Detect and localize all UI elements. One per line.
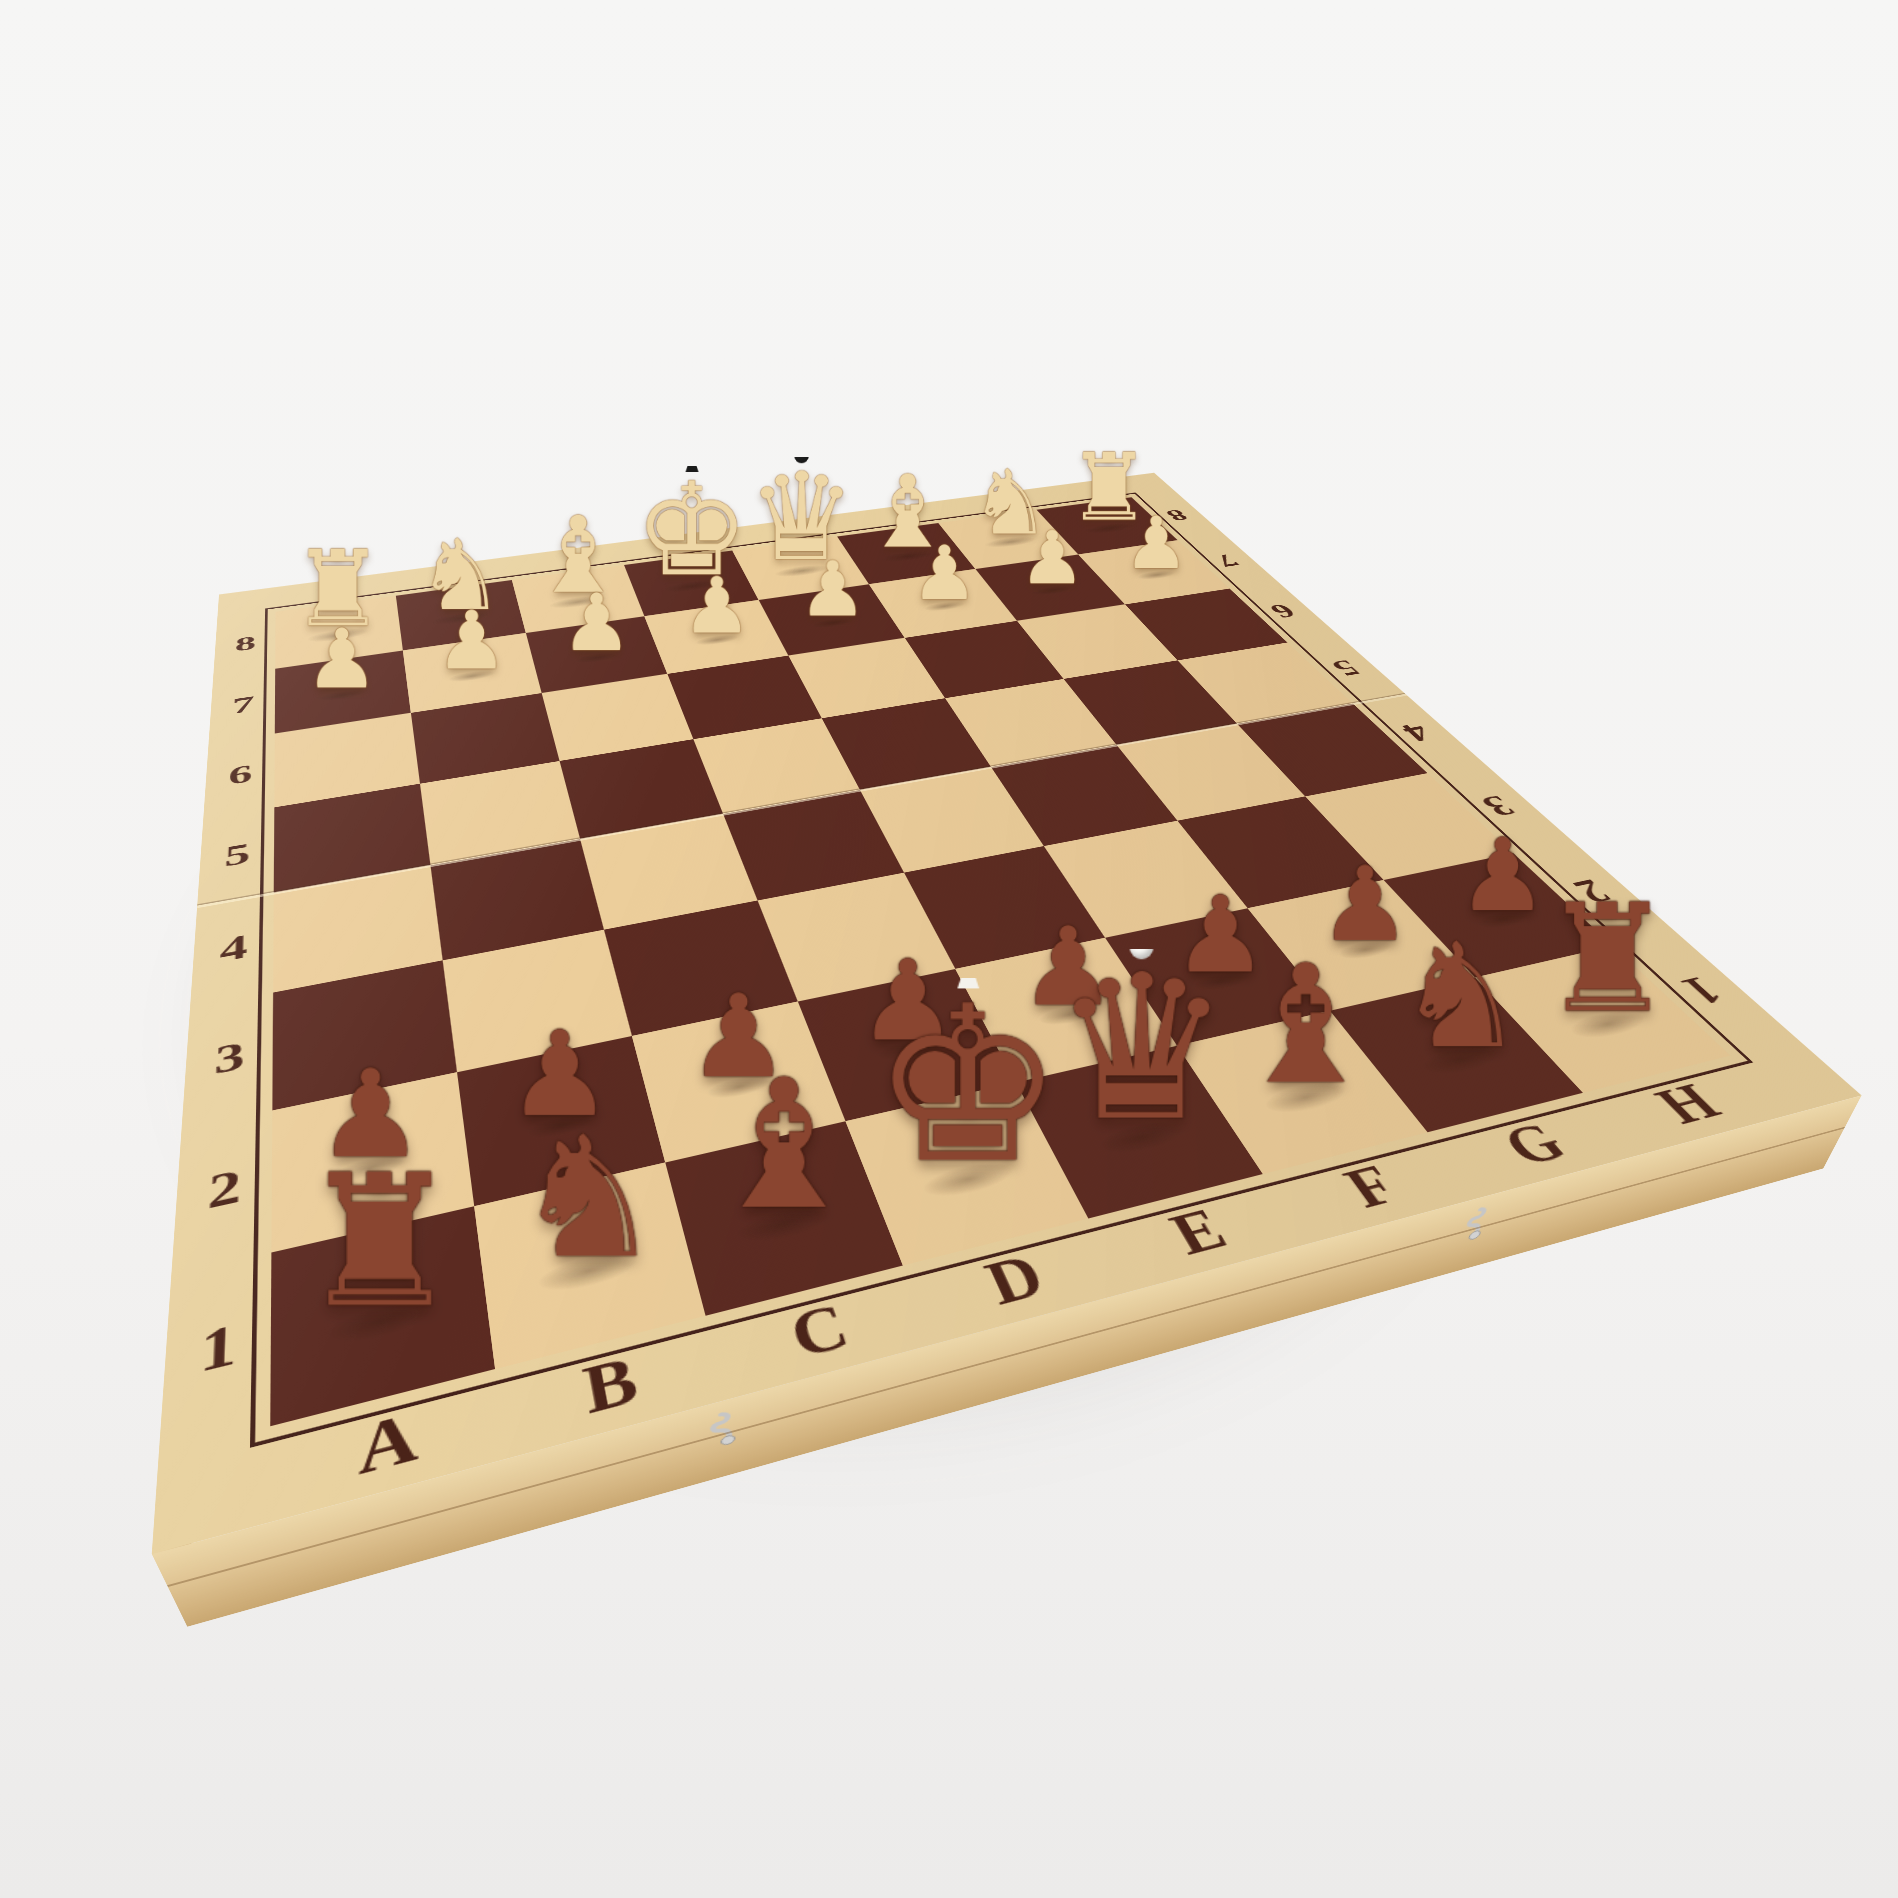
piece-light-pawn[interactable]: ♟ — [436, 600, 508, 681]
latch-hook-icon[interactable] — [697, 1407, 740, 1457]
rank-label-right-1: 1 — [1668, 968, 1736, 1014]
piece-dark-queen[interactable]: ♛ — [1052, 949, 1232, 1150]
rank-label-right-7: 7 — [1208, 550, 1244, 570]
piece-light-pawn[interactable]: ♟ — [1019, 521, 1085, 594]
square-g4[interactable] — [1117, 724, 1306, 821]
board-scene: 8♜♞♝♚♛♝♞♜87♟♟♟♟♟♟♟♟7665544332♟♟♟♟♟♟♟♟21♜… — [234, 164, 1486, 1416]
piece-dark-king[interactable]: ♚ — [872, 978, 1064, 1193]
rank-label-left-4: 4 — [190, 893, 274, 1009]
piece-light-pawn[interactable]: ♟ — [682, 567, 752, 645]
king-finial-spike — [685, 453, 698, 472]
rank-label-right-6: 6 — [1263, 599, 1302, 622]
piece-dark-rook[interactable]: ♜ — [299, 1151, 462, 1333]
rank-label-right-4: 4 — [1393, 718, 1441, 748]
piece-dark-bishop[interactable]: ♝ — [1232, 943, 1379, 1107]
piece-dark-bishop[interactable]: ♝ — [704, 1056, 865, 1235]
queen-finial-ball — [795, 449, 809, 463]
piece-light-pawn[interactable]: ♟ — [305, 618, 379, 700]
rank-label-right-5: 5 — [1324, 655, 1367, 681]
rank-label-left-2: 2 — [171, 1111, 272, 1276]
rank-label-left-8: 8 — [213, 612, 275, 678]
rank-label-left-3: 3 — [182, 993, 273, 1130]
king-finial-spike — [957, 956, 979, 989]
chess-board: 8♜♞♝♚♛♝♞♜87♟♟♟♟♟♟♟♟7665544332♟♟♟♟♟♟♟♟21♜… — [152, 473, 1862, 1554]
latch-hook-icon[interactable] — [1451, 1202, 1495, 1249]
queen-finial-ball — [1130, 936, 1154, 960]
piece-light-pawn[interactable]: ♟ — [1124, 507, 1189, 579]
rank-label-left-6: 6 — [203, 733, 274, 819]
piece-light-pawn[interactable]: ♟ — [911, 536, 978, 611]
square-a1[interactable]: ♜ — [270, 1206, 495, 1426]
rank-label-right-cell: 6 — [1229, 581, 1337, 642]
rank-label-left-5: 5 — [197, 807, 274, 906]
piece-light-pawn[interactable]: ♟ — [799, 551, 867, 627]
piece-dark-knight[interactable]: ♞ — [1396, 924, 1526, 1069]
rank-label-left-1: 1 — [159, 1252, 272, 1454]
rank-label-left-7: 7 — [209, 669, 276, 744]
piece-dark-rook[interactable]: ♜ — [1541, 885, 1674, 1033]
piece-light-pawn[interactable]: ♟ — [561, 583, 632, 662]
piece-dark-knight[interactable]: ♞ — [513, 1114, 663, 1281]
square-a6[interactable] — [274, 713, 420, 808]
square-b6[interactable] — [411, 693, 560, 784]
photo-background: 8♜♞♝♚♛♝♞♜87♟♟♟♟♟♟♟♟7665544332♟♟♟♟♟♟♟♟21♜… — [0, 0, 1898, 1898]
